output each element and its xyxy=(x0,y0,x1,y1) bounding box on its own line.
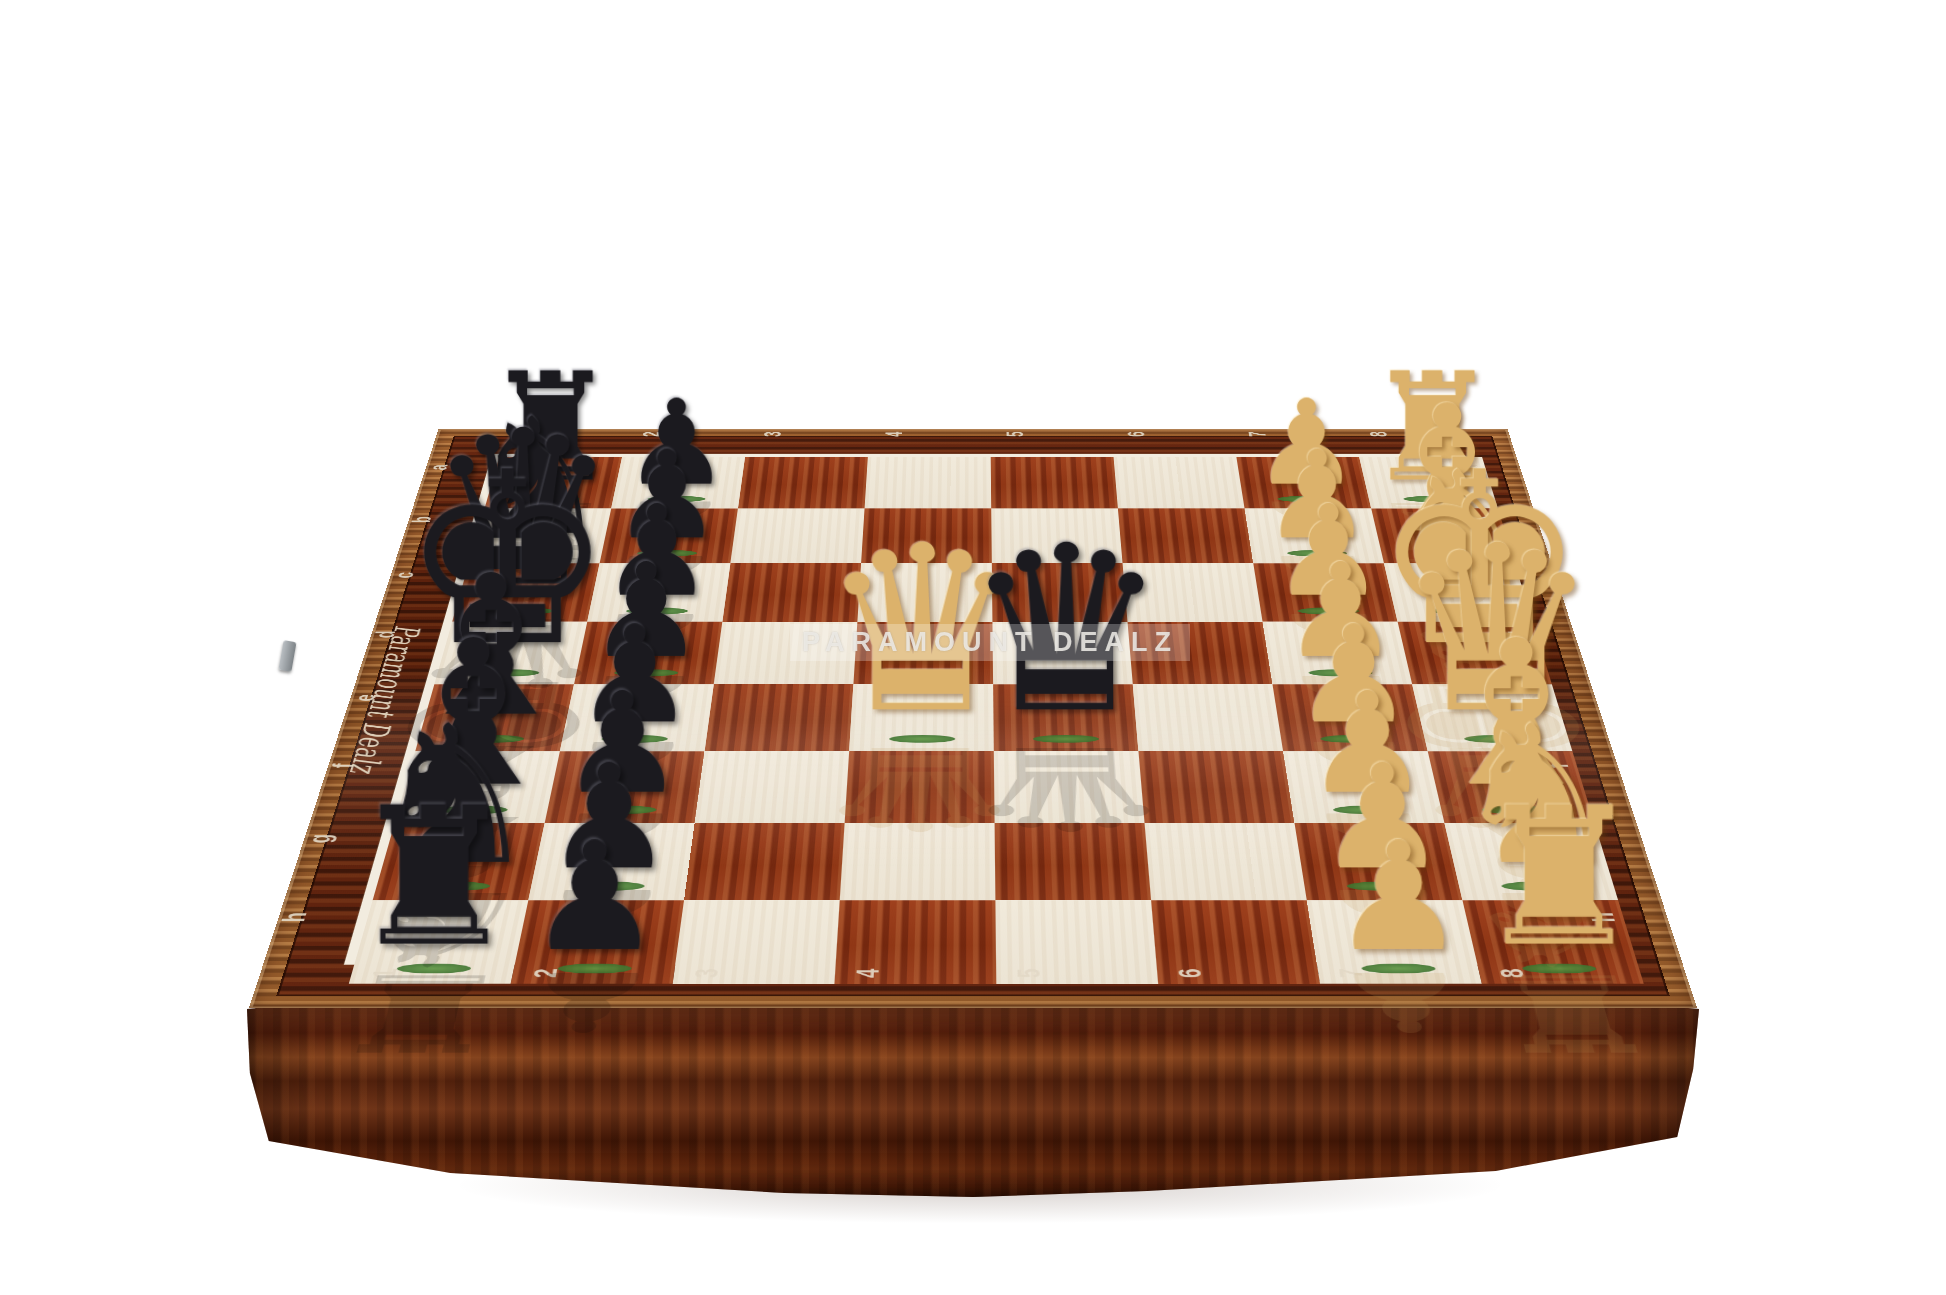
square-e5[interactable]: ♛♛ xyxy=(993,684,1138,751)
board-grid: ♜♜♟♟♟♟♜♜♞♞♟♟♟♟♝♝♛♛♟♟♟♟♞♞♚♚♟♟♟♟♚♚♝♝♟♟♛♛♛♛… xyxy=(349,457,1644,984)
square-g4[interactable] xyxy=(840,823,996,900)
file-label-left-h: h xyxy=(277,912,315,922)
piece-white-R-h8[interactable]: ♜ xyxy=(1473,788,1644,969)
brand-watermark: PARAMOUNT DEALZ xyxy=(790,624,1190,661)
piece-reflection-h1: ♜ xyxy=(321,962,521,1062)
square-g5[interactable] xyxy=(995,823,1152,900)
piece-black-R-h1[interactable]: ♜ xyxy=(348,788,519,969)
product-photo-stage: ♜♜♟♟♟♟♜♜♞♞♟♟♟♟♝♝♛♛♟♟♟♟♞♞♚♚♟♟♟♟♚♚♝♝♟♟♛♛♛♛… xyxy=(0,0,1946,1295)
square-f5[interactable] xyxy=(994,751,1145,823)
piece-black-P-h2[interactable]: ♟ xyxy=(527,826,662,969)
square-f6[interactable] xyxy=(1138,751,1294,823)
square-g6[interactable] xyxy=(1145,823,1307,900)
piece-white-P-h7[interactable]: ♟ xyxy=(1331,826,1466,969)
rank-label-far-6: 6 xyxy=(1123,432,1151,437)
square-g3[interactable] xyxy=(684,823,845,900)
rank-label-far-5: 5 xyxy=(1002,432,1029,437)
piece-reflection-h8: ♜ xyxy=(1472,962,1674,1062)
rank-label-far-3: 3 xyxy=(759,432,787,437)
rank-label-far-4: 4 xyxy=(880,432,907,437)
board-frame-border: ♜♜♟♟♟♟♜♜♞♞♟♟♟♟♝♝♛♛♟♟♟♟♞♞♚♚♟♟♟♟♚♚♝♝♟♟♛♛♛♛… xyxy=(276,436,1669,996)
square-h8[interactable]: ♜♜ xyxy=(1462,900,1643,983)
board-frame-outer-rim: ♜♜♟♟♟♟♜♜♞♞♟♟♟♟♝♝♛♛♟♟♟♟♞♞♚♚♟♟♟♟♚♚♝♝♟♟♛♛♛♛… xyxy=(249,429,1697,1008)
square-f4[interactable] xyxy=(845,751,995,823)
square-f3[interactable] xyxy=(695,751,850,823)
chess-board: ♜♜♟♟♟♟♜♜♞♞♟♟♟♟♝♝♛♛♟♟♟♟♞♞♚♚♟♟♟♟♚♚♝♝♟♟♛♛♛♛… xyxy=(249,429,1697,1008)
